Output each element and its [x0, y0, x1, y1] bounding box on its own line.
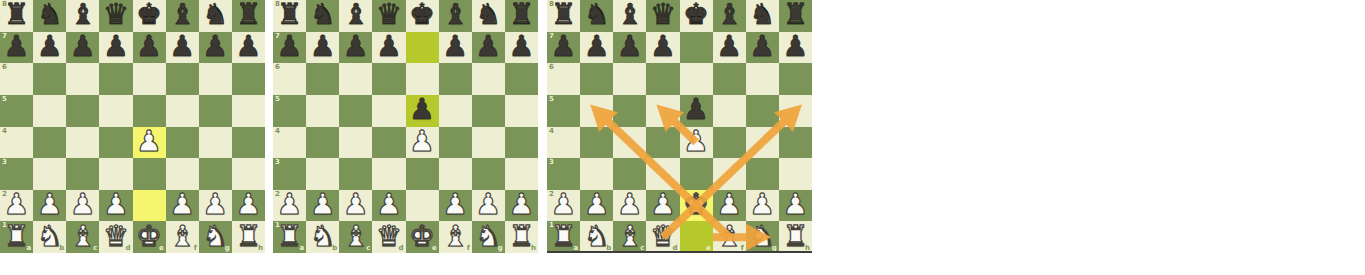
square-f3 [713, 158, 746, 190]
square-b7: ♟ [306, 32, 339, 64]
black-queen-piece: ♛ [103, 0, 129, 29]
white-bishop-piece: ♝ [70, 222, 96, 251]
black-pawn-piece: ♟ [70, 32, 96, 61]
white-king-piece: ♚ [409, 222, 435, 251]
square-a1: 1a♜ [0, 221, 33, 253]
square-h2: ♟ [232, 190, 265, 222]
square-g2: ♟ [746, 190, 779, 222]
square-b8: ♞ [306, 0, 339, 32]
square-d4 [372, 127, 405, 159]
square-e5: ♟ [680, 95, 713, 127]
square-e3 [406, 158, 439, 190]
square-e3 [133, 158, 166, 190]
white-bishop-piece: ♝ [716, 222, 742, 251]
white-pawn-piece: ♟ [409, 127, 435, 156]
square-g2: ♟ [199, 190, 232, 222]
white-queen-piece: ♛ [103, 222, 129, 251]
square-d1: d♛ [646, 221, 679, 253]
black-rook-piece: ♜ [4, 0, 30, 29]
square-g1: g♞ [746, 221, 779, 253]
square-c1: c♝ [613, 221, 646, 253]
black-knight-piece: ♞ [202, 0, 228, 29]
square-a3: 3 [0, 158, 33, 190]
white-pawn-piece: ♟ [749, 190, 775, 219]
square-f7: ♟ [439, 32, 472, 64]
white-knight-piece: ♞ [475, 222, 501, 251]
square-d8: ♛ [99, 0, 132, 32]
white-pawn-piece: ♟ [551, 190, 577, 219]
square-e8: ♚ [406, 0, 439, 32]
square-c4 [339, 127, 372, 159]
black-knight-piece: ♞ [475, 0, 501, 29]
square-f6 [713, 63, 746, 95]
square-b1: b♞ [33, 221, 66, 253]
square-f1: f♝ [439, 221, 472, 253]
black-bishop-piece: ♝ [169, 0, 195, 29]
square-a5: 5 [0, 95, 33, 127]
black-pawn-piece: ♟ [683, 95, 709, 124]
square-h4 [779, 127, 812, 159]
square-b7: ♟ [33, 32, 66, 64]
white-bishop-piece: ♝ [343, 222, 369, 251]
white-pawn-piece: ♟ [310, 190, 336, 219]
square-a7: 7♟ [547, 32, 580, 64]
square-h6 [779, 63, 812, 95]
rank-label-6: 6 [275, 64, 280, 71]
square-f5 [439, 95, 472, 127]
black-pawn-piece: ♟ [4, 32, 30, 61]
square-e7: ♟ [133, 32, 166, 64]
square-d5 [372, 95, 405, 127]
square-d6 [372, 63, 405, 95]
square-f8: ♝ [166, 0, 199, 32]
square-d4 [99, 127, 132, 159]
black-knight-piece: ♞ [37, 0, 63, 29]
square-c2: ♟ [339, 190, 372, 222]
square-h6 [505, 63, 538, 95]
square-g7: ♟ [746, 32, 779, 64]
square-f4 [166, 127, 199, 159]
square-d8: ♛ [372, 0, 405, 32]
square-b5 [306, 95, 339, 127]
rank-label-5: 5 [2, 96, 7, 103]
square-b7: ♟ [580, 32, 613, 64]
white-pawn-piece: ♟ [683, 127, 709, 156]
black-knight-piece: ♞ [310, 0, 336, 29]
square-f7: ♟ [166, 32, 199, 64]
black-pawn-piece: ♟ [202, 32, 228, 61]
square-c7: ♟ [613, 32, 646, 64]
square-c5 [613, 95, 646, 127]
square-g8: ♞ [199, 0, 232, 32]
square-e8: ♚ [680, 0, 713, 32]
square-g3 [199, 158, 232, 190]
black-rook-piece: ♜ [782, 0, 808, 29]
square-a2: 2♟ [547, 190, 580, 222]
chess-lesson-diagram: 8♜♞♝♛♚♝♞♜7♟♟♟♟♟♟♟♟654♟32♟♟♟♟♟♟♟1a♜b♞c♝d♛… [0, 0, 1365, 275]
white-rook-piece: ♜ [277, 222, 303, 251]
square-g3 [746, 158, 779, 190]
square-h8: ♜ [505, 0, 538, 32]
white-pawn-piece: ♟ [235, 190, 261, 219]
square-d5 [99, 95, 132, 127]
square-e8: ♚ [133, 0, 166, 32]
white-pawn-piece: ♟ [70, 190, 96, 219]
square-g8: ♞ [746, 0, 779, 32]
white-knight-piece: ♞ [584, 222, 610, 251]
square-h4 [232, 127, 265, 159]
square-d2: ♟ [646, 190, 679, 222]
black-pawn-piece: ♟ [376, 32, 402, 61]
square-g6 [746, 63, 779, 95]
square-b8: ♞ [580, 0, 613, 32]
rank-label-3: 3 [549, 159, 554, 166]
square-e5 [133, 95, 166, 127]
square-e1: e♚ [406, 221, 439, 253]
square-e7 [680, 32, 713, 64]
square-c8: ♝ [339, 0, 372, 32]
black-bishop-piece: ♝ [343, 0, 369, 29]
square-b2: ♟ [306, 190, 339, 222]
square-c4 [613, 127, 646, 159]
black-pawn-piece: ♟ [136, 32, 162, 61]
black-rook-piece: ♜ [235, 0, 261, 29]
square-c6 [339, 63, 372, 95]
square-e4: ♟ [133, 127, 166, 159]
square-h8: ♜ [779, 0, 812, 32]
square-a2: 2♟ [273, 190, 306, 222]
square-c2: ♟ [66, 190, 99, 222]
square-d3 [99, 158, 132, 190]
white-rook-piece: ♜ [508, 222, 534, 251]
square-f6 [439, 63, 472, 95]
square-b1: b♞ [580, 221, 613, 253]
rank-label-5: 5 [275, 96, 280, 103]
square-c5 [339, 95, 372, 127]
square-f3 [166, 158, 199, 190]
square-h5 [779, 95, 812, 127]
white-king-piece: ♚ [136, 222, 162, 251]
square-f8: ♝ [439, 0, 472, 32]
square-h7: ♟ [232, 32, 265, 64]
square-c3 [613, 158, 646, 190]
square-b2: ♟ [580, 190, 613, 222]
square-e1: e♚ [133, 221, 166, 253]
black-king-piece: ♚ [683, 0, 709, 29]
white-rook-piece: ♜ [4, 222, 30, 251]
rank-label-3: 3 [275, 159, 280, 166]
square-h7: ♟ [779, 32, 812, 64]
square-e5: ♟ [406, 95, 439, 127]
black-bishop-piece: ♝ [442, 0, 468, 29]
black-pawn-piece: ♟ [343, 32, 369, 61]
square-d6 [646, 63, 679, 95]
white-knight-piece: ♞ [202, 222, 228, 251]
white-pawn-piece: ♟ [4, 190, 30, 219]
square-c6 [66, 63, 99, 95]
square-c4 [66, 127, 99, 159]
square-a1: 1a♜ [273, 221, 306, 253]
black-knight-piece: ♞ [584, 0, 610, 29]
square-g6 [472, 63, 505, 95]
square-e4: ♟ [680, 127, 713, 159]
black-king-piece: ♚ [136, 0, 162, 29]
square-b4 [580, 127, 613, 159]
square-b6 [306, 63, 339, 95]
white-pawn-piece: ♟ [508, 190, 534, 219]
square-a5: 5 [273, 95, 306, 127]
white-pawn-piece: ♟ [716, 190, 742, 219]
square-g5 [472, 95, 505, 127]
square-h6 [232, 63, 265, 95]
white-bishop-piece: ♝ [169, 222, 195, 251]
black-pawn-piece: ♟ [584, 32, 610, 61]
square-g1: g♞ [199, 221, 232, 253]
square-c7: ♟ [66, 32, 99, 64]
white-pawn-piece: ♟ [202, 190, 228, 219]
square-g3 [472, 158, 505, 190]
square-h3 [779, 158, 812, 190]
square-d3 [646, 158, 679, 190]
white-queen-piece: ♛ [650, 222, 676, 251]
black-pawn-piece: ♟ [310, 32, 336, 61]
white-knight-piece: ♞ [749, 222, 775, 251]
white-pawn-piece: ♟ [650, 190, 676, 219]
square-c3 [66, 158, 99, 190]
square-a6: 6 [0, 63, 33, 95]
black-pawn-piece: ♟ [235, 32, 261, 61]
rank-label-3: 3 [2, 159, 7, 166]
square-d3 [372, 158, 405, 190]
square-d2: ♟ [372, 190, 405, 222]
square-g1: g♞ [472, 221, 505, 253]
square-f6 [166, 63, 199, 95]
square-b3 [306, 158, 339, 190]
square-g5 [746, 95, 779, 127]
square-b5 [580, 95, 613, 127]
black-pawn-piece: ♟ [409, 95, 435, 124]
white-pawn-piece: ♟ [277, 190, 303, 219]
square-e2 [406, 190, 439, 222]
square-b3 [580, 158, 613, 190]
black-pawn-piece: ♟ [169, 32, 195, 61]
black-rook-piece: ♜ [551, 0, 577, 29]
square-g4 [199, 127, 232, 159]
square-h2: ♟ [779, 190, 812, 222]
square-b6 [33, 63, 66, 95]
square-c1: c♝ [66, 221, 99, 253]
square-f2: ♟ [439, 190, 472, 222]
square-b3 [33, 158, 66, 190]
square-h1: h♜ [232, 221, 265, 253]
square-c7: ♟ [339, 32, 372, 64]
square-c1: c♝ [339, 221, 372, 253]
square-e6 [680, 63, 713, 95]
black-pawn-piece: ♟ [551, 32, 577, 61]
white-rook-piece: ♜ [551, 222, 577, 251]
square-d8: ♛ [646, 0, 679, 32]
square-h1: h♜ [779, 221, 812, 253]
position-after-2-Ke2: 8♜♞♝♛♚♝♞♜7♟♟♟♟♟♟♟65♟4♟32♟♟♟♟♚♟♟♟1a♜b♞c♝d… [547, 0, 812, 253]
white-bishop-piece: ♝ [442, 222, 468, 251]
square-f4 [439, 127, 472, 159]
chess-board: 8♜♞♝♛♚♝♞♜7♟♟♟♟♟♟♟♟654♟32♟♟♟♟♟♟♟1a♜b♞c♝d♛… [0, 0, 265, 253]
square-b5 [33, 95, 66, 127]
black-knight-piece: ♞ [749, 0, 775, 29]
square-f8: ♝ [713, 0, 746, 32]
square-g4 [472, 127, 505, 159]
square-c5 [66, 95, 99, 127]
black-rook-piece: ♜ [277, 0, 303, 29]
square-e3 [680, 158, 713, 190]
square-a7: 7♟ [0, 32, 33, 64]
white-queen-piece: ♛ [376, 222, 402, 251]
square-d7: ♟ [372, 32, 405, 64]
square-g8: ♞ [472, 0, 505, 32]
square-a8: 8♜ [0, 0, 33, 32]
square-h7: ♟ [505, 32, 538, 64]
square-d1: d♛ [372, 221, 405, 253]
black-bishop-piece: ♝ [716, 0, 742, 29]
black-pawn-piece: ♟ [650, 32, 676, 61]
square-f5 [713, 95, 746, 127]
white-pawn-piece: ♟ [584, 190, 610, 219]
white-pawn-piece: ♟ [442, 190, 468, 219]
white-king-piece: ♚ [683, 190, 709, 219]
black-pawn-piece: ♟ [103, 32, 129, 61]
square-a6: 6 [273, 63, 306, 95]
white-bishop-piece: ♝ [617, 222, 643, 251]
square-b4 [306, 127, 339, 159]
square-h8: ♜ [232, 0, 265, 32]
square-a3: 3 [273, 158, 306, 190]
white-rook-piece: ♜ [235, 222, 261, 251]
square-a4: 4 [0, 127, 33, 159]
square-c8: ♝ [66, 0, 99, 32]
white-pawn-piece: ♟ [617, 190, 643, 219]
white-knight-piece: ♞ [310, 222, 336, 251]
square-a4: 4 [273, 127, 306, 159]
square-h3 [232, 158, 265, 190]
square-e6 [406, 63, 439, 95]
square-e4: ♟ [406, 127, 439, 159]
rank-label-5: 5 [549, 96, 554, 103]
square-h2: ♟ [505, 190, 538, 222]
square-d7: ♟ [99, 32, 132, 64]
rank-label-6: 6 [549, 64, 554, 71]
square-a1: 1a♜ [547, 221, 580, 253]
square-c3 [339, 158, 372, 190]
chess-board: 8♜♞♝♛♚♝♞♜7♟♟♟♟♟♟♟65♟4♟32♟♟♟♟♚♟♟♟1a♜b♞c♝d… [547, 0, 812, 253]
position-after-1-e4: 8♜♞♝♛♚♝♞♜7♟♟♟♟♟♟♟♟654♟32♟♟♟♟♟♟♟1a♜b♞c♝d♛… [0, 0, 265, 253]
square-d2: ♟ [99, 190, 132, 222]
black-rook-piece: ♜ [508, 0, 534, 29]
rank-label-4: 4 [2, 128, 7, 135]
square-a6: 6 [547, 63, 580, 95]
square-d1: d♛ [99, 221, 132, 253]
black-pawn-piece: ♟ [475, 32, 501, 61]
square-f1: f♝ [713, 221, 746, 253]
square-f3 [439, 158, 472, 190]
square-e2 [133, 190, 166, 222]
white-pawn-piece: ♟ [169, 190, 195, 219]
rank-label-4: 4 [275, 128, 280, 135]
rank-label-6: 6 [2, 64, 7, 71]
square-b1: b♞ [306, 221, 339, 253]
square-f1: f♝ [166, 221, 199, 253]
white-pawn-piece: ♟ [475, 190, 501, 219]
white-pawn-piece: ♟ [103, 190, 129, 219]
black-pawn-piece: ♟ [617, 32, 643, 61]
rank-label-4: 4 [549, 128, 554, 135]
black-pawn-piece: ♟ [508, 32, 534, 61]
square-f5 [166, 95, 199, 127]
square-d4 [646, 127, 679, 159]
square-a7: 7♟ [273, 32, 306, 64]
square-c8: ♝ [613, 0, 646, 32]
white-pawn-piece: ♟ [376, 190, 402, 219]
square-f4 [713, 127, 746, 159]
black-bishop-piece: ♝ [70, 0, 96, 29]
white-knight-piece: ♞ [37, 222, 63, 251]
square-h5 [505, 95, 538, 127]
white-pawn-piece: ♟ [136, 127, 162, 156]
square-b6 [580, 63, 613, 95]
white-rook-piece: ♜ [782, 222, 808, 251]
square-d6 [99, 63, 132, 95]
square-c2: ♟ [613, 190, 646, 222]
square-h1: h♜ [505, 221, 538, 253]
square-a4: 4 [547, 127, 580, 159]
square-a8: 8♜ [273, 0, 306, 32]
black-queen-piece: ♛ [376, 0, 402, 29]
board-bottom-edge [547, 251, 812, 253]
square-b4 [33, 127, 66, 159]
white-pawn-piece: ♟ [37, 190, 63, 219]
black-pawn-piece: ♟ [37, 32, 63, 61]
black-bishop-piece: ♝ [617, 0, 643, 29]
square-g2: ♟ [472, 190, 505, 222]
square-b8: ♞ [33, 0, 66, 32]
square-e6 [133, 63, 166, 95]
square-e2: ♚ [680, 190, 713, 222]
white-pawn-piece: ♟ [343, 190, 369, 219]
square-a8: 8♜ [547, 0, 580, 32]
square-h4 [505, 127, 538, 159]
position-after-1-e5: 8♜♞♝♛♚♝♞♜7♟♟♟♟♟♟♟65♟4♟32♟♟♟♟♟♟♟1a♜b♞c♝d♛… [273, 0, 538, 253]
square-a5: 5 [547, 95, 580, 127]
square-a3: 3 [547, 158, 580, 190]
square-d7: ♟ [646, 32, 679, 64]
black-pawn-piece: ♟ [277, 32, 303, 61]
square-g7: ♟ [199, 32, 232, 64]
square-e1: e [680, 221, 713, 253]
square-h3 [505, 158, 538, 190]
black-pawn-piece: ♟ [716, 32, 742, 61]
black-king-piece: ♚ [409, 0, 435, 29]
white-pawn-piece: ♟ [782, 190, 808, 219]
black-queen-piece: ♛ [650, 0, 676, 29]
square-f7: ♟ [713, 32, 746, 64]
square-g7: ♟ [472, 32, 505, 64]
square-d5 [646, 95, 679, 127]
square-a2: 2♟ [0, 190, 33, 222]
square-f2: ♟ [713, 190, 746, 222]
square-g6 [199, 63, 232, 95]
square-f2: ♟ [166, 190, 199, 222]
square-b2: ♟ [33, 190, 66, 222]
square-c6 [613, 63, 646, 95]
